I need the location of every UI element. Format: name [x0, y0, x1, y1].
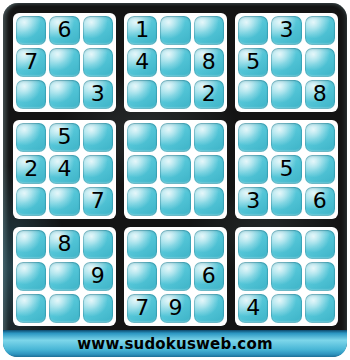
box-2-1: 5247	[13, 120, 116, 219]
given-digit: 2	[24, 158, 38, 180]
given-digit: 5	[279, 158, 293, 180]
cell-r8c1[interactable]	[16, 262, 46, 291]
cell-r3c3[interactable]: 3	[83, 80, 113, 109]
cell-r9c8[interactable]	[271, 294, 301, 323]
cell-r4c9[interactable]	[305, 123, 335, 152]
box-3-2: 679	[124, 227, 227, 326]
given-digit: 9	[168, 297, 182, 319]
given-digit: 6	[313, 190, 327, 212]
cell-r9c9[interactable]	[305, 294, 335, 323]
box-2-2	[124, 120, 227, 219]
cell-r7c7[interactable]	[238, 230, 268, 259]
cell-r1c5[interactable]	[160, 16, 190, 45]
cell-r1c1[interactable]	[16, 16, 46, 45]
box-3-1: 89	[13, 227, 116, 326]
given-digit: 1	[135, 19, 149, 41]
cell-r4c1[interactable]	[16, 123, 46, 152]
given-digit: 6	[202, 265, 216, 287]
cell-r3c2[interactable]	[49, 80, 79, 109]
cell-r2c9[interactable]	[305, 48, 335, 77]
cell-r7c9[interactable]	[305, 230, 335, 259]
cell-r3c5[interactable]	[160, 80, 190, 109]
cell-r2c8[interactable]	[271, 48, 301, 77]
cell-r5c5[interactable]	[160, 155, 190, 184]
cell-r6c2[interactable]	[49, 187, 79, 216]
cell-r6c9[interactable]: 6	[305, 187, 335, 216]
given-digit: 3	[246, 190, 260, 212]
cell-r7c1[interactable]	[16, 230, 46, 259]
given-digit: 8	[202, 51, 216, 73]
cell-r4c5[interactable]	[160, 123, 190, 152]
cell-r9c2[interactable]	[49, 294, 79, 323]
box-3-3: 4	[235, 227, 338, 326]
cell-r4c8[interactable]	[271, 123, 301, 152]
cell-r1c2[interactable]: 6	[49, 16, 79, 45]
cell-r6c8[interactable]	[271, 187, 301, 216]
cell-r4c2[interactable]: 5	[49, 123, 79, 152]
cell-r5c9[interactable]	[305, 155, 335, 184]
cell-r6c7[interactable]: 3	[238, 187, 268, 216]
cell-r9c3[interactable]	[83, 294, 113, 323]
given-digit: 2	[202, 83, 216, 105]
cell-r2c2[interactable]	[49, 48, 79, 77]
cell-r8c3[interactable]: 9	[83, 262, 113, 291]
cell-r8c9[interactable]	[305, 262, 335, 291]
cell-r3c8[interactable]	[271, 80, 301, 109]
cell-r7c8[interactable]	[271, 230, 301, 259]
cell-r2c3[interactable]	[83, 48, 113, 77]
given-digit: 3	[91, 83, 105, 105]
cell-r5c3[interactable]	[83, 155, 113, 184]
given-digit: 8	[313, 83, 327, 105]
cell-r8c5[interactable]	[160, 262, 190, 291]
cell-r9c5[interactable]: 9	[160, 294, 190, 323]
cell-r5c6[interactable]	[194, 155, 224, 184]
given-digit: 7	[91, 190, 105, 212]
given-digit: 9	[91, 265, 105, 287]
cell-r6c5[interactable]	[160, 187, 190, 216]
cell-r4c6[interactable]	[194, 123, 224, 152]
cell-r2c4[interactable]: 4	[127, 48, 157, 77]
cell-r3c6[interactable]: 2	[194, 80, 224, 109]
box-1-3: 358	[235, 13, 338, 112]
cell-r8c6[interactable]: 6	[194, 262, 224, 291]
cell-r6c4[interactable]	[127, 187, 157, 216]
cell-r3c9[interactable]: 8	[305, 80, 335, 109]
cell-r9c7[interactable]: 4	[238, 294, 268, 323]
cell-r6c3[interactable]: 7	[83, 187, 113, 216]
cell-r1c4[interactable]: 1	[127, 16, 157, 45]
given-digit: 7	[24, 51, 38, 73]
cell-r4c7[interactable]	[238, 123, 268, 152]
cell-r9c6[interactable]	[194, 294, 224, 323]
cell-r8c2[interactable]	[49, 262, 79, 291]
cell-r7c4[interactable]	[127, 230, 157, 259]
cell-r7c5[interactable]	[160, 230, 190, 259]
cell-r5c4[interactable]	[127, 155, 157, 184]
cell-r1c3[interactable]	[83, 16, 113, 45]
sudoku-widget: 67314823585247536896794 www.sudokusweb.c…	[0, 0, 350, 360]
cell-r5c2[interactable]: 4	[49, 155, 79, 184]
cell-r4c3[interactable]	[83, 123, 113, 152]
cell-r3c7[interactable]	[238, 80, 268, 109]
cell-r9c1[interactable]	[16, 294, 46, 323]
given-digit: 5	[246, 51, 260, 73]
cell-r3c1[interactable]	[16, 80, 46, 109]
box-2-3: 536	[235, 120, 338, 219]
given-digit: 4	[135, 51, 149, 73]
cell-r7c3[interactable]	[83, 230, 113, 259]
cell-r8c8[interactable]	[271, 262, 301, 291]
cell-r2c5[interactable]	[160, 48, 190, 77]
cell-r4c4[interactable]	[127, 123, 157, 152]
cell-r6c6[interactable]	[194, 187, 224, 216]
cell-r2c7[interactable]: 5	[238, 48, 268, 77]
cell-r1c9[interactable]	[305, 16, 335, 45]
box-1-2: 1482	[124, 13, 227, 112]
sudoku-board: 67314823585247536896794	[13, 13, 338, 326]
website-link[interactable]: www.sudokusweb.com	[77, 335, 272, 353]
given-digit: 7	[135, 297, 149, 319]
given-digit: 4	[246, 297, 260, 319]
box-1-1: 673	[13, 13, 116, 112]
cell-r2c6[interactable]: 8	[194, 48, 224, 77]
cell-r8c7[interactable]	[238, 262, 268, 291]
cell-r7c6[interactable]	[194, 230, 224, 259]
given-digit: 5	[57, 126, 71, 148]
cell-r5c1[interactable]: 2	[16, 155, 46, 184]
cell-r5c7[interactable]	[238, 155, 268, 184]
cell-r3c4[interactable]	[127, 80, 157, 109]
cell-r5c8[interactable]: 5	[271, 155, 301, 184]
cell-r2c1[interactable]: 7	[16, 48, 46, 77]
cell-r1c7[interactable]	[238, 16, 268, 45]
cell-r7c2[interactable]: 8	[49, 230, 79, 259]
cell-r1c8[interactable]: 3	[271, 16, 301, 45]
cell-r1c6[interactable]	[194, 16, 224, 45]
board-frame: 67314823585247536896794 www.sudokusweb.c…	[3, 3, 347, 357]
given-digit: 6	[57, 19, 71, 41]
given-digit: 8	[57, 233, 71, 255]
cell-r8c4[interactable]	[127, 262, 157, 291]
cell-r6c1[interactable]	[16, 187, 46, 216]
cell-r9c4[interactable]: 7	[127, 294, 157, 323]
footer-banner: www.sudokusweb.com	[3, 330, 347, 357]
given-digit: 4	[57, 158, 71, 180]
given-digit: 3	[279, 19, 293, 41]
